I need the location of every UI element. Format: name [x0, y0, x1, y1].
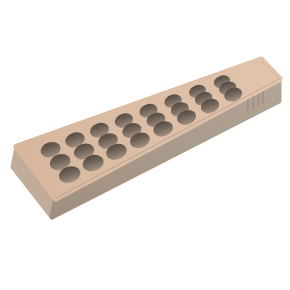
board-top-face — [17, 60, 279, 198]
wooden-board — [0, 0, 290, 290]
board-group — [13, 60, 279, 217]
board-3d-render — [0, 0, 290, 290]
